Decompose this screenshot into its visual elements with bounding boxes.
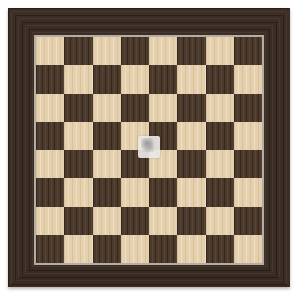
square-c4	[93, 150, 121, 178]
square-h8	[234, 37, 262, 65]
square-c1	[93, 235, 121, 263]
square-f2	[177, 207, 205, 235]
square-d7	[121, 65, 149, 93]
square-b3	[64, 178, 92, 206]
square-d3	[121, 178, 149, 206]
square-c2	[93, 207, 121, 235]
square-f4	[177, 150, 205, 178]
square-h6	[234, 94, 262, 122]
square-d2	[121, 207, 149, 235]
square-f3	[177, 178, 205, 206]
square-a4	[36, 150, 64, 178]
square-g6	[206, 94, 234, 122]
square-b8	[64, 37, 92, 65]
square-a6	[36, 94, 64, 122]
square-g8	[206, 37, 234, 65]
square-e2	[149, 207, 177, 235]
square-h4	[234, 150, 262, 178]
square-g2	[206, 207, 234, 235]
product-photo	[0, 0, 298, 300]
square-d8	[121, 37, 149, 65]
chess-board[interactable]	[8, 8, 290, 287]
square-c8	[93, 37, 121, 65]
square-a3	[36, 178, 64, 206]
square-a2	[36, 207, 64, 235]
square-f1	[177, 235, 205, 263]
square-h3	[234, 178, 262, 206]
square-f5	[177, 122, 205, 150]
square-f8	[177, 37, 205, 65]
square-h1	[234, 235, 262, 263]
square-g7	[206, 65, 234, 93]
square-e6	[149, 94, 177, 122]
square-g5	[206, 122, 234, 150]
square-b2	[64, 207, 92, 235]
square-b1	[64, 235, 92, 263]
square-b4	[64, 150, 92, 178]
square-b6	[64, 94, 92, 122]
square-f6	[177, 94, 205, 122]
square-e8	[149, 37, 177, 65]
board-frame-left-rail	[8, 8, 36, 287]
square-b7	[64, 65, 92, 93]
square-g4	[206, 150, 234, 178]
square-e3	[149, 178, 177, 206]
square-e1	[149, 235, 177, 263]
square-g3	[206, 178, 234, 206]
square-h7	[234, 65, 262, 93]
square-c6	[93, 94, 121, 122]
center-watermark-icon	[138, 136, 160, 158]
square-a5	[36, 122, 64, 150]
board-frame-right-rail	[262, 8, 290, 287]
square-c7	[93, 65, 121, 93]
board-frame-bottom-rail	[8, 263, 290, 287]
square-a7	[36, 65, 64, 93]
square-g1	[206, 235, 234, 263]
square-a1	[36, 235, 64, 263]
square-f7	[177, 65, 205, 93]
square-d1	[121, 235, 149, 263]
square-b5	[64, 122, 92, 150]
square-d6	[121, 94, 149, 122]
square-a8	[36, 37, 64, 65]
square-c3	[93, 178, 121, 206]
square-h2	[234, 207, 262, 235]
board-frame-top-rail	[8, 8, 290, 37]
square-h5	[234, 122, 262, 150]
square-e7	[149, 65, 177, 93]
square-c5	[93, 122, 121, 150]
